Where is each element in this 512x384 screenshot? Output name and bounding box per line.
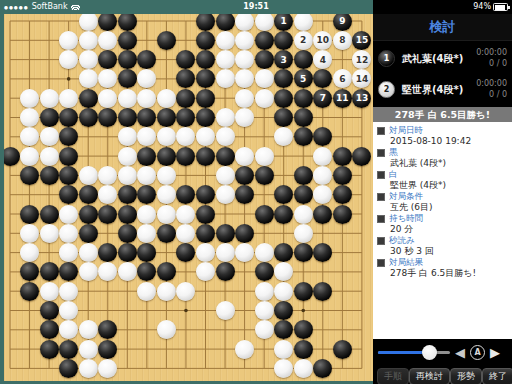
white-stone[interactable] [255,89,274,108]
white-stone[interactable] [216,243,235,262]
white-stone-move-10[interactable]: 10 [313,31,332,50]
white-stone[interactable] [79,243,98,262]
black-stone[interactable] [98,205,117,224]
player-row-black[interactable]: 1武礼葉(4段*)0:00:000 / 0 [373,43,512,74]
black-stone-move-11[interactable]: 11 [333,89,352,108]
black-stone[interactable] [255,205,274,224]
black-stone[interactable] [98,14,117,31]
black-stone[interactable] [274,31,293,50]
white-stone[interactable] [157,185,176,204]
black-stone[interactable] [196,31,215,50]
black-stone[interactable] [216,14,235,31]
players-list: 1武礼葉(4段*)0:00:000 / 02堅世界(4段*)0:00:000 /… [373,41,512,107]
black-stone[interactable] [333,166,352,185]
white-stone[interactable] [40,89,59,108]
slider-knob[interactable] [422,345,437,360]
black-stone[interactable] [20,205,39,224]
white-stone[interactable] [59,31,78,50]
white-stone[interactable] [216,108,235,127]
game-info-panel[interactable]: 対局日時2015-08-10 19:42黒武礼葉 (4段*)白堅世界 (4段*)… [373,122,512,339]
black-stone[interactable] [352,147,371,166]
white-stone[interactable] [20,89,39,108]
black-stone[interactable] [333,147,352,166]
black-stone[interactable] [196,89,215,108]
white-stone[interactable] [59,282,78,301]
board-mini-icon [377,171,385,179]
black-stone-move-1[interactable]: 1 [274,14,293,31]
black-stone[interactable] [157,147,176,166]
black-stone[interactable] [294,166,313,185]
black-stone[interactable] [294,108,313,127]
white-stone-move-8[interactable]: 8 [333,31,352,50]
black-stone[interactable] [294,89,313,108]
black-stone[interactable] [118,185,137,204]
button-再検討[interactable]: 再検討 [409,368,450,384]
white-stone[interactable] [216,127,235,146]
info-value: 武礼葉 (4段*) [377,158,508,169]
white-stone[interactable] [20,243,39,262]
black-stone[interactable] [98,340,117,359]
white-stone[interactable] [59,89,78,108]
black-stone[interactable] [59,166,78,185]
white-stone[interactable] [137,224,156,243]
white-stone[interactable] [118,89,137,108]
result-bar: 278手 白 6.5目勝ち! [373,107,512,122]
black-stone[interactable] [157,108,176,127]
white-stone[interactable] [79,50,98,69]
black-stone[interactable] [40,340,59,359]
black-stone[interactable] [294,340,313,359]
white-stone[interactable] [313,147,332,166]
black-stone[interactable] [313,282,332,301]
black-stone[interactable] [20,282,39,301]
black-stone[interactable] [216,224,235,243]
white-stone[interactable] [137,205,156,224]
black-stone-move-13[interactable]: 13 [352,89,371,108]
info-value: 278手 白 6.5目勝ち! [377,268,508,279]
white-stone[interactable] [235,147,254,166]
white-stone[interactable] [235,89,254,108]
white-stone[interactable] [255,14,274,31]
black-stone[interactable] [176,147,195,166]
black-stone[interactable] [118,205,137,224]
black-stone[interactable] [235,224,254,243]
black-stone[interactable] [40,108,59,127]
white-stone[interactable] [118,166,137,185]
black-stone[interactable] [79,89,98,108]
white-stone[interactable] [79,69,98,88]
info-label: 対局日時 [377,126,508,136]
black-stone[interactable] [255,262,274,281]
prev-move-button[interactable]: ◀ [455,346,465,359]
black-stone[interactable] [196,147,215,166]
go-board[interactable]: 192108153412561471113 [4,14,373,381]
action-buttons: 手順再検討形勢終了 [373,365,512,384]
board-mini-icon [377,237,385,245]
black-stone[interactable] [176,89,195,108]
white-stone[interactable] [20,224,39,243]
black-stone[interactable] [333,185,352,204]
white-stone[interactable] [98,166,117,185]
black-stone[interactable] [118,50,137,69]
white-stone[interactable] [59,205,78,224]
black-stone[interactable] [196,50,215,69]
white-stone[interactable] [157,166,176,185]
white-stone[interactable] [59,301,78,320]
white-stone[interactable] [118,147,137,166]
black-stone[interactable] [20,166,39,185]
white-stone[interactable] [274,340,293,359]
button-終了[interactable]: 終了 [482,368,512,384]
white-stone[interactable] [235,108,254,127]
black-stone[interactable] [137,147,156,166]
white-stone[interactable] [255,69,274,88]
white-stone[interactable] [79,340,98,359]
white-stone-move-2[interactable]: 2 [294,31,313,50]
white-stone[interactable] [216,31,235,50]
black-stone[interactable] [216,147,235,166]
white-stone[interactable] [235,340,254,359]
info-value: 堅世界 (4段*) [377,180,508,191]
white-stone[interactable] [274,282,293,301]
black-stone[interactable] [157,224,176,243]
black-stone[interactable] [196,14,215,31]
white-stone[interactable] [40,147,59,166]
info-value: 2015-08-10 19:42 [377,136,508,147]
white-stone[interactable] [20,147,39,166]
white-stone[interactable] [118,127,137,146]
white-stone[interactable] [216,69,235,88]
black-stone[interactable] [196,205,215,224]
player-name: 武礼葉(4段*) [402,52,476,66]
white-stone[interactable] [137,282,156,301]
board-mini-icon [377,193,385,201]
black-stone[interactable] [79,185,98,204]
white-stone[interactable] [137,89,156,108]
black-stone-icon: 1 [378,50,395,67]
info-label: 対局条件 [377,192,508,202]
white-stone[interactable] [40,224,59,243]
app-screen: ●●●●● SoftBank 94% 19:51 192108153412561… [0,0,512,384]
white-stone[interactable] [255,243,274,262]
white-stone[interactable] [157,282,176,301]
black-stone[interactable] [274,205,293,224]
move-slider[interactable] [378,345,450,360]
white-stone[interactable] [79,359,98,378]
black-stone[interactable] [196,224,215,243]
player-clock: 0:00:000 / 0 [476,79,507,100]
board-frame: 192108153412561471113 [0,14,373,384]
black-stone[interactable] [4,147,20,166]
info-label: 対局結果 [377,258,508,268]
info-value: 20 分 [377,224,508,235]
black-stone[interactable] [333,340,352,359]
info-label: 黒 [377,148,508,158]
black-stone[interactable] [40,320,59,339]
white-stone[interactable] [40,127,59,146]
info-label: 秒読み [377,236,508,246]
info-value: 互先 (6目) [377,202,508,213]
white-stone[interactable] [79,262,98,281]
white-stone[interactable] [216,185,235,204]
white-stone[interactable] [79,166,98,185]
black-stone[interactable] [59,108,78,127]
white-stone[interactable] [79,31,98,50]
black-stone[interactable] [333,205,352,224]
player-row-white[interactable]: 2堅世界(4段*)0:00:000 / 0 [373,74,512,105]
white-stone[interactable] [98,89,117,108]
white-stone[interactable] [216,301,235,320]
white-stone[interactable] [157,89,176,108]
white-stone[interactable] [216,166,235,185]
white-stone[interactable] [20,108,39,127]
auto-play-button[interactable]: A [470,345,485,360]
black-stone[interactable] [59,147,78,166]
black-stone[interactable] [274,89,293,108]
info-label: 持ち時間 [377,214,508,224]
black-stone[interactable] [40,166,59,185]
black-stone[interactable] [59,359,78,378]
board-mini-icon [377,215,385,223]
black-stone[interactable] [294,320,313,339]
black-stone[interactable] [294,185,313,204]
black-stone[interactable] [235,166,254,185]
white-stone[interactable] [176,282,195,301]
black-stone[interactable] [157,31,176,50]
black-stone[interactable] [294,127,313,146]
black-stone[interactable] [294,50,313,69]
next-move-button[interactable]: ▶ [490,346,500,359]
player-clock: 0:00:000 / 0 [476,48,507,69]
white-stone[interactable] [157,205,176,224]
white-stone[interactable] [196,243,215,262]
white-stone[interactable] [255,147,274,166]
button-手順: 手順 [377,368,409,384]
black-stone[interactable] [118,108,137,127]
black-stone[interactable] [79,224,98,243]
player-name: 堅世界(4段*) [402,83,476,97]
black-stone[interactable] [40,205,59,224]
black-stone-move-9[interactable]: 9 [333,14,352,31]
board-mini-icon [377,259,385,267]
playback-controls: ◀ A ▶ [373,339,512,365]
black-stone[interactable] [196,108,215,127]
board-mini-icon [377,127,385,135]
black-stone[interactable] [40,262,59,281]
white-stone[interactable] [255,282,274,301]
black-stone[interactable] [255,31,274,50]
white-stone[interactable] [59,224,78,243]
white-stone[interactable] [40,282,59,301]
white-stone[interactable] [294,224,313,243]
white-stone[interactable] [294,14,313,31]
white-stone[interactable] [216,50,235,69]
black-stone[interactable] [255,166,274,185]
white-stone[interactable] [79,14,98,31]
black-stone[interactable] [313,205,332,224]
white-stone[interactable] [294,205,313,224]
black-stone[interactable] [118,31,137,50]
status-bar: ●●●●● SoftBank 94% 19:51 [0,0,512,14]
white-stone[interactable] [79,320,98,339]
white-stone[interactable] [98,359,117,378]
white-stone[interactable] [255,301,274,320]
button-形勢[interactable]: 形勢 [450,368,482,384]
info-value: 30 秒 3 回 [377,246,508,257]
white-stone[interactable] [98,31,117,50]
panel-title: 検討 [373,14,512,41]
black-stone-move-7[interactable]: 7 [313,89,332,108]
black-stone[interactable] [294,282,313,301]
white-stone-icon: 2 [378,81,395,98]
black-stone[interactable] [40,301,59,320]
board-mini-icon [377,149,385,157]
white-stone[interactable] [235,31,254,50]
info-label: 白 [377,170,508,180]
black-stone[interactable] [118,14,137,31]
black-stone[interactable] [255,50,274,69]
white-stone[interactable] [255,320,274,339]
black-stone[interactable] [216,262,235,281]
clock: 19:51 [0,0,512,14]
white-stone[interactable] [274,359,293,378]
review-sidebar: 検討 1武礼葉(4段*)0:00:000 / 02堅世界(4段*)0:00:00… [373,14,512,384]
black-stone[interactable] [59,340,78,359]
black-stone[interactable] [79,108,98,127]
black-stone[interactable] [79,205,98,224]
white-stone[interactable] [176,205,195,224]
white-stone[interactable] [235,14,254,31]
black-stone[interactable] [118,243,137,262]
black-stone[interactable] [118,224,137,243]
white-stone[interactable] [294,359,313,378]
black-stone[interactable] [294,243,313,262]
